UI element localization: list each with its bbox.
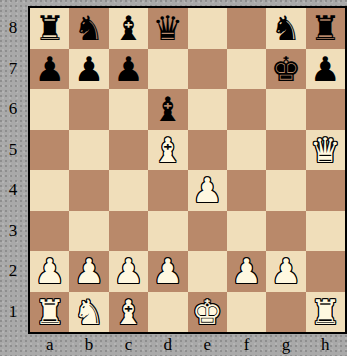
square-e1[interactable]: ♚︎: [188, 292, 227, 333]
piece-black-knight: ♞︎: [74, 8, 104, 48]
rank-label-8: 8: [0, 8, 26, 49]
square-f7[interactable]: [227, 49, 266, 90]
piece-black-king: ♚︎: [271, 49, 301, 89]
square-a7[interactable]: ♟︎: [30, 49, 69, 90]
rank-label-5: 5: [0, 130, 26, 171]
square-h8[interactable]: ♜︎: [306, 8, 345, 49]
piece-white-bishop: ♝︎: [113, 292, 143, 332]
piece-black-pawn: ♟︎: [74, 49, 104, 89]
square-g7[interactable]: ♚︎: [266, 49, 305, 90]
square-a3[interactable]: [30, 211, 69, 252]
piece-white-pawn: ♟︎: [34, 251, 64, 291]
piece-black-knight: ♞︎: [271, 8, 301, 48]
piece-black-pawn: ♟︎: [113, 49, 143, 89]
square-h4[interactable]: [306, 170, 345, 211]
rank-label-3: 3: [0, 211, 26, 252]
piece-white-rook: ♜︎: [34, 292, 64, 332]
square-h3[interactable]: [306, 211, 345, 252]
file-label-a: a: [30, 334, 69, 356]
file-labels: abcdefgh: [30, 334, 345, 356]
square-e4[interactable]: ♟︎: [188, 170, 227, 211]
rank-label-2: 2: [0, 251, 26, 292]
piece-white-pawn: ♟︎: [271, 251, 301, 291]
square-g3[interactable]: [266, 211, 305, 252]
square-f5[interactable]: [227, 130, 266, 171]
square-a8[interactable]: ♜︎: [30, 8, 69, 49]
square-f4[interactable]: [227, 170, 266, 211]
square-d7[interactable]: [148, 49, 187, 90]
square-g4[interactable]: [266, 170, 305, 211]
square-a2[interactable]: ♟︎: [30, 251, 69, 292]
chess-diagram: 87654321 ♜︎♞︎♝︎♛︎♞︎♜︎♟︎♟︎♟︎♚︎♟︎♝︎♝︎♛︎♟︎♟…: [0, 0, 347, 356]
piece-white-queen: ♛︎: [310, 130, 340, 170]
square-g8[interactable]: ♞︎: [266, 8, 305, 49]
file-label-c: c: [109, 334, 148, 356]
file-label-d: d: [148, 334, 187, 356]
rank-label-4: 4: [0, 170, 26, 211]
square-f6[interactable]: [227, 89, 266, 130]
square-e6[interactable]: [188, 89, 227, 130]
piece-white-pawn: ♟︎: [74, 251, 104, 291]
square-h2[interactable]: [306, 251, 345, 292]
square-b2[interactable]: ♟︎: [69, 251, 108, 292]
square-h1[interactable]: ♜︎: [306, 292, 345, 333]
square-d4[interactable]: [148, 170, 187, 211]
piece-black-bishop: ♝︎: [113, 8, 143, 48]
square-b3[interactable]: [69, 211, 108, 252]
square-c6[interactable]: [109, 89, 148, 130]
square-e7[interactable]: [188, 49, 227, 90]
piece-white-pawn: ♟︎: [192, 170, 222, 210]
rank-label-6: 6: [0, 89, 26, 130]
square-g6[interactable]: [266, 89, 305, 130]
piece-white-bishop: ♝︎: [153, 130, 183, 170]
file-label-b: b: [69, 334, 108, 356]
square-b7[interactable]: ♟︎: [69, 49, 108, 90]
square-g2[interactable]: ♟︎: [266, 251, 305, 292]
square-h5[interactable]: ♛︎: [306, 130, 345, 171]
square-h6[interactable]: [306, 89, 345, 130]
piece-white-king: ♚︎: [192, 292, 222, 332]
square-c3[interactable]: [109, 211, 148, 252]
square-d6[interactable]: ♝︎: [148, 89, 187, 130]
piece-black-pawn: ♟︎: [310, 49, 340, 89]
square-a1[interactable]: ♜︎: [30, 292, 69, 333]
piece-white-rook: ♜︎: [310, 292, 340, 332]
square-f3[interactable]: [227, 211, 266, 252]
file-label-h: h: [306, 334, 345, 356]
square-e2[interactable]: [188, 251, 227, 292]
square-e3[interactable]: [188, 211, 227, 252]
square-c5[interactable]: [109, 130, 148, 171]
square-d3[interactable]: [148, 211, 187, 252]
piece-white-pawn: ♟︎: [113, 251, 143, 291]
square-b4[interactable]: [69, 170, 108, 211]
square-g5[interactable]: [266, 130, 305, 171]
piece-black-rook: ♜︎: [34, 8, 64, 48]
square-f8[interactable]: [227, 8, 266, 49]
square-b5[interactable]: [69, 130, 108, 171]
square-c1[interactable]: ♝︎: [109, 292, 148, 333]
piece-white-pawn: ♟︎: [231, 251, 261, 291]
rank-label-7: 7: [0, 49, 26, 90]
square-c8[interactable]: ♝︎: [109, 8, 148, 49]
file-label-e: e: [188, 334, 227, 356]
square-d8[interactable]: ♛︎: [148, 8, 187, 49]
piece-white-pawn: ♟︎: [153, 251, 183, 291]
file-label-g: g: [266, 334, 305, 356]
piece-black-queen: ♛︎: [153, 8, 183, 48]
rank-labels: 87654321: [0, 8, 26, 332]
file-label-f: f: [227, 334, 266, 356]
square-a5[interactable]: [30, 130, 69, 171]
square-f2[interactable]: ♟︎: [227, 251, 266, 292]
square-h7[interactable]: ♟︎: [306, 49, 345, 90]
square-g1[interactable]: [266, 292, 305, 333]
piece-black-pawn: ♟︎: [34, 49, 64, 89]
square-c4[interactable]: [109, 170, 148, 211]
square-b8[interactable]: ♞︎: [69, 8, 108, 49]
square-d2[interactable]: ♟︎: [148, 251, 187, 292]
rank-label-1: 1: [0, 292, 26, 333]
square-a6[interactable]: [30, 89, 69, 130]
square-c2[interactable]: ♟︎: [109, 251, 148, 292]
chess-board: ♜︎♞︎♝︎♛︎♞︎♜︎♟︎♟︎♟︎♚︎♟︎♝︎♝︎♛︎♟︎♟︎♟︎♟︎♟︎♟︎…: [28, 6, 347, 334]
square-d1[interactable]: [148, 292, 187, 333]
square-b6[interactable]: [69, 89, 108, 130]
square-b1[interactable]: ♞︎: [69, 292, 108, 333]
square-d5[interactable]: ♝︎: [148, 130, 187, 171]
piece-white-knight: ♞︎: [74, 292, 104, 332]
piece-black-bishop: ♝︎: [153, 89, 183, 129]
square-e5[interactable]: [188, 130, 227, 171]
square-a4[interactable]: [30, 170, 69, 211]
square-e8[interactable]: [188, 8, 227, 49]
square-c7[interactable]: ♟︎: [109, 49, 148, 90]
square-f1[interactable]: [227, 292, 266, 333]
piece-black-rook: ♜︎: [310, 8, 340, 48]
